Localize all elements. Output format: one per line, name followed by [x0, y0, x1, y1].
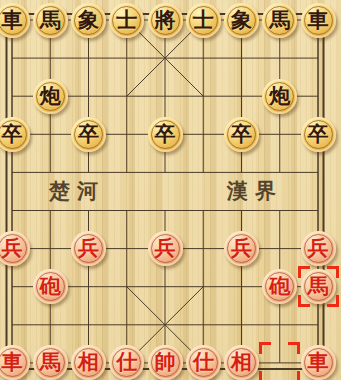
board-cell[interactable]: 仕 [184, 344, 222, 380]
piece-black-soldier[interactable]: 卒 [301, 117, 336, 152]
piece-black-elephant[interactable]: 象 [71, 3, 106, 38]
board-cell[interactable]: 馬 [261, 1, 299, 39]
piece-black-horse[interactable]: 馬 [33, 3, 68, 38]
piece-red-horse[interactable]: 馬 [33, 345, 68, 380]
board-cell[interactable]: 兵 [0, 230, 31, 268]
piece-red-general[interactable]: 帥 [148, 345, 183, 380]
piece-red-advisor[interactable]: 仕 [186, 345, 221, 380]
board-cell[interactable]: 象 [222, 1, 260, 39]
board-cell[interactable]: 車 [299, 344, 337, 380]
marker-corner [288, 342, 300, 354]
marker-corner [288, 371, 300, 380]
piece-black-advisor[interactable]: 士 [186, 3, 221, 38]
piece-red-elephant[interactable]: 相 [71, 345, 106, 380]
board-cell[interactable]: 炮 [31, 77, 69, 115]
piece-black-soldier[interactable]: 卒 [0, 117, 30, 152]
board-cell[interactable]: 兵 [222, 230, 260, 268]
marker-corner [259, 371, 271, 380]
piece-black-chariot[interactable]: 車 [0, 3, 30, 38]
board-cell[interactable]: 卒 [0, 115, 31, 153]
board-cell[interactable]: 士 [184, 1, 222, 39]
board-cell[interactable]: 車 [299, 1, 337, 39]
piece-black-cannon[interactable]: 炮 [33, 79, 68, 114]
piece-black-elephant[interactable]: 象 [224, 3, 259, 38]
board-cell[interactable]: 馬 [31, 1, 69, 39]
board-cell[interactable] [261, 344, 299, 380]
board-cell[interactable]: 相 [222, 344, 260, 380]
board-cell[interactable]: 兵 [146, 230, 184, 268]
piece-red-soldier[interactable]: 兵 [148, 231, 183, 266]
board-cell[interactable]: 卒 [222, 115, 260, 153]
board-cell[interactable]: 象 [69, 1, 107, 39]
board-cell[interactable]: 卒 [146, 115, 184, 153]
board-cell[interactable]: 馬 [31, 344, 69, 380]
piece-red-advisor[interactable]: 仕 [109, 345, 144, 380]
piece-red-soldier[interactable]: 兵 [71, 231, 106, 266]
board-cell[interactable]: 卒 [299, 115, 337, 153]
board-cell[interactable]: 車 [0, 1, 31, 39]
piece-black-chariot[interactable]: 車 [301, 3, 336, 38]
piece-red-soldier[interactable]: 兵 [0, 231, 30, 266]
marker-corner [259, 342, 271, 354]
xiangqi-board: 楚河 漢界 車馬象士將士象馬車炮炮卒卒卒卒卒兵兵兵兵兵砲砲馬車馬相仕帥仕相車 [0, 0, 341, 380]
piece-red-chariot[interactable]: 車 [0, 345, 30, 380]
piece-red-horse[interactable]: 馬 [301, 269, 336, 304]
piece-red-cannon[interactable]: 砲 [262, 269, 297, 304]
piece-red-soldier[interactable]: 兵 [301, 231, 336, 266]
piece-red-elephant[interactable]: 相 [224, 345, 259, 380]
piece-red-cannon[interactable]: 砲 [33, 269, 68, 304]
board-cell[interactable]: 相 [69, 344, 107, 380]
board-cell[interactable]: 卒 [69, 115, 107, 153]
piece-red-soldier[interactable]: 兵 [224, 231, 259, 266]
board-cell[interactable]: 將 [146, 1, 184, 39]
piece-black-soldier[interactable]: 卒 [71, 117, 106, 152]
piece-black-general[interactable]: 將 [148, 3, 183, 38]
board-intersections-grid: 車馬象士將士象馬車炮炮卒卒卒卒卒兵兵兵兵兵砲砲馬車馬相仕帥仕相車 [0, 1, 337, 380]
board-cell[interactable]: 帥 [146, 344, 184, 380]
board-cell[interactable]: 炮 [261, 77, 299, 115]
board-cell[interactable]: 砲 [31, 268, 69, 306]
board-cell[interactable]: 士 [108, 1, 146, 39]
piece-black-soldier[interactable]: 卒 [148, 117, 183, 152]
board-cell[interactable]: 仕 [108, 344, 146, 380]
piece-black-advisor[interactable]: 士 [109, 3, 144, 38]
board-cell[interactable]: 砲 [261, 268, 299, 306]
board-cell[interactable]: 兵 [299, 230, 337, 268]
piece-black-cannon[interactable]: 炮 [262, 79, 297, 114]
piece-black-horse[interactable]: 馬 [262, 3, 297, 38]
piece-red-chariot[interactable]: 車 [301, 345, 336, 380]
last-move-origin-marker [259, 342, 300, 380]
board-cell[interactable]: 車 [0, 344, 31, 380]
board-cell[interactable]: 兵 [69, 230, 107, 268]
piece-black-soldier[interactable]: 卒 [224, 117, 259, 152]
